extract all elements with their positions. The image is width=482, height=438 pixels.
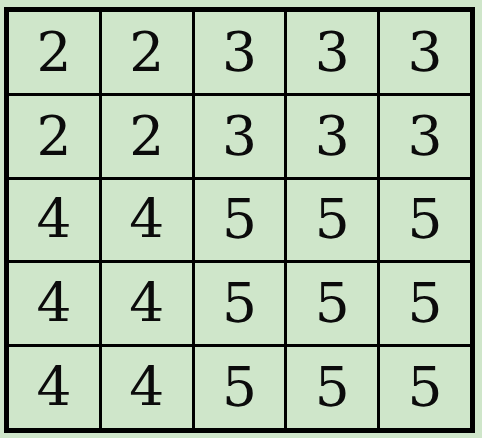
grid-cell-r2c4: 3 [287, 96, 377, 177]
grid-cell-r2c1: 2 [9, 96, 99, 177]
grid-cell-r5c2: 4 [102, 347, 192, 428]
grid-cell-r5c5: 5 [380, 347, 470, 428]
grid-cell-r3c2: 4 [102, 180, 192, 261]
grid-cell-r4c4: 5 [287, 263, 377, 344]
grid-cell-r4c1: 4 [9, 263, 99, 344]
grid-cell-r4c2: 4 [102, 263, 192, 344]
grid-cell-r3c4: 5 [287, 180, 377, 261]
grid-cell-r1c5: 3 [380, 12, 470, 93]
grid-cell-r2c2: 2 [102, 96, 192, 177]
grid-cell-r5c4: 5 [287, 347, 377, 428]
grid-cell-r3c1: 4 [9, 180, 99, 261]
grid-cell-r1c1: 2 [9, 12, 99, 93]
grid-cell-r2c3: 3 [195, 96, 285, 177]
grid-cell-r1c4: 3 [287, 12, 377, 93]
grid-cell-r4c5: 5 [380, 263, 470, 344]
grid-cell-r5c1: 4 [9, 347, 99, 428]
grid-cell-r4c3: 5 [195, 263, 285, 344]
grid-cell-r3c3: 5 [195, 180, 285, 261]
grid-cell-r2c5: 3 [380, 96, 470, 177]
grid-cell-r1c2: 2 [102, 12, 192, 93]
grid-cell-r5c3: 5 [195, 347, 285, 428]
number-grid-board: 2233322333445554455544555 [4, 7, 475, 433]
grid-cell-r1c3: 3 [195, 12, 285, 93]
grid-cell-r3c5: 5 [380, 180, 470, 261]
